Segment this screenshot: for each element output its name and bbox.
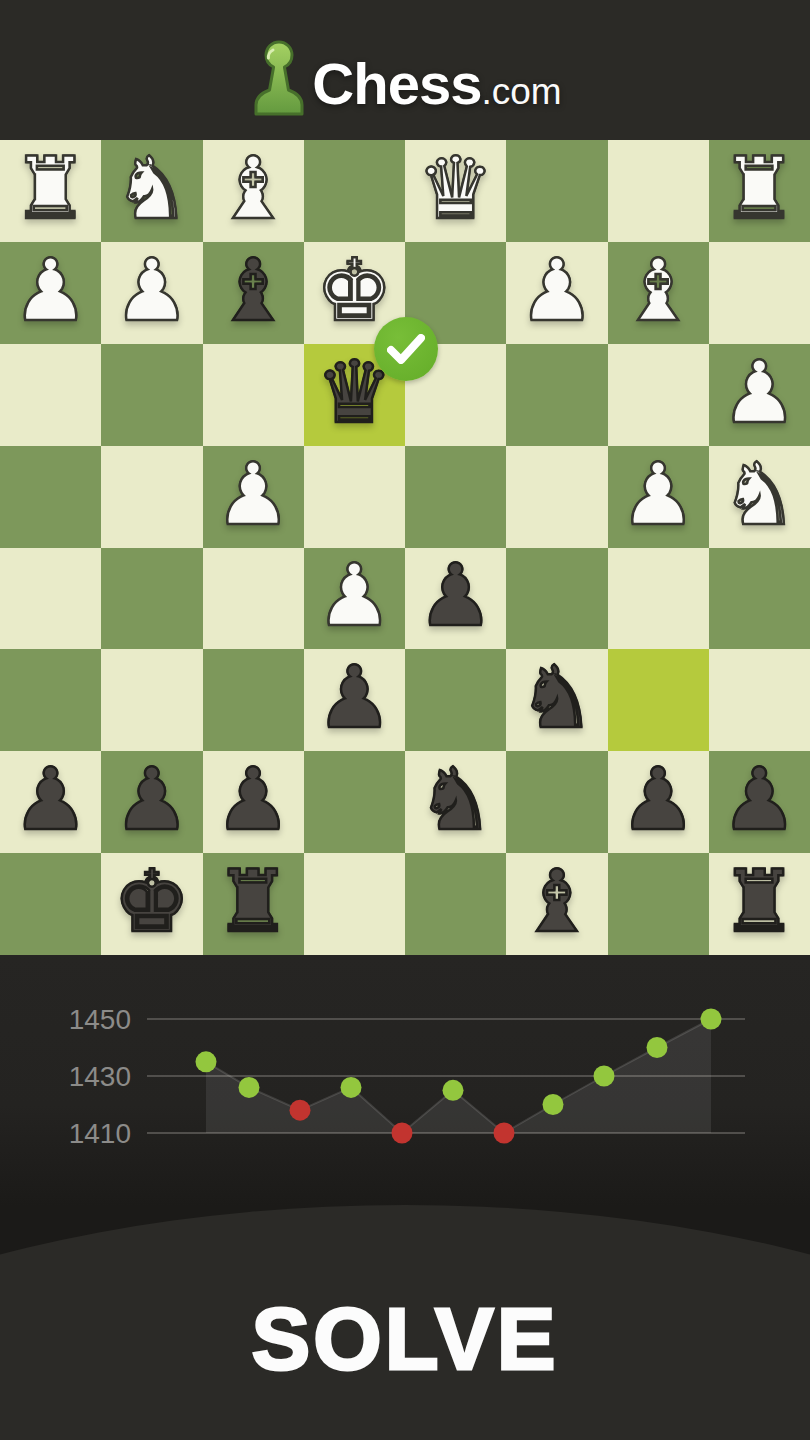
black-rook-f8: ♜ <box>215 858 292 944</box>
rating-point-11-win <box>701 1009 722 1030</box>
chess-board[interactable]: ♜♞♝♛♜♟♟♝♚♟♝♛♟♟♟♞♟♟♟♞♟♟♟♞♟♟♚♜♝♜ <box>0 140 810 955</box>
square-g5[interactable] <box>101 548 202 650</box>
square-h7[interactable]: ♟ <box>0 751 101 853</box>
app-header: Chess.com <box>0 0 810 140</box>
solve-headline: SOLVE <box>0 1288 810 1390</box>
square-d6[interactable] <box>405 649 506 751</box>
black-pawn-g7: ♟ <box>113 756 190 842</box>
rating-point-1-win <box>196 1051 217 1072</box>
square-e6[interactable]: ♟ <box>304 649 405 751</box>
square-f3[interactable] <box>203 344 304 446</box>
white-pawn-h2: ♟ <box>12 247 89 333</box>
black-pawn-f7: ♟ <box>215 756 292 842</box>
logo-text-com: .com <box>481 71 561 113</box>
black-pawn-d5: ♟ <box>417 552 494 638</box>
white-knight-g1: ♞ <box>113 145 190 231</box>
square-e4[interactable] <box>304 446 405 548</box>
square-a7[interactable]: ♟ <box>709 751 810 853</box>
square-c6[interactable]: ♞ <box>506 649 607 751</box>
square-a3[interactable]: ♟ <box>709 344 810 446</box>
white-pawn-b4: ♟ <box>620 451 697 537</box>
square-b1[interactable] <box>608 140 709 242</box>
black-knight-c6: ♞ <box>518 654 595 740</box>
square-a1[interactable]: ♜ <box>709 140 810 242</box>
square-h4[interactable] <box>0 446 101 548</box>
rating-point-3-loss <box>290 1100 311 1121</box>
square-a5[interactable] <box>709 548 810 650</box>
square-g7[interactable]: ♟ <box>101 751 202 853</box>
square-g1[interactable]: ♞ <box>101 140 202 242</box>
square-c1[interactable] <box>506 140 607 242</box>
black-pawn-b7: ♟ <box>620 756 697 842</box>
square-g2[interactable]: ♟ <box>101 242 202 344</box>
square-a6[interactable] <box>709 649 810 751</box>
square-c3[interactable] <box>506 344 607 446</box>
square-a2[interactable] <box>709 242 810 344</box>
black-knight-d7: ♞ <box>417 756 494 842</box>
ytick-1430: 1430 <box>69 1061 131 1092</box>
square-b6[interactable] <box>608 649 709 751</box>
rating-point-9-win <box>594 1066 615 1087</box>
black-rook-a8: ♜ <box>721 858 798 944</box>
pawn-logo-icon <box>248 38 310 118</box>
square-h1[interactable]: ♜ <box>0 140 101 242</box>
square-g4[interactable] <box>101 446 202 548</box>
square-b5[interactable] <box>608 548 709 650</box>
logo-text-chess: Chess <box>312 50 481 117</box>
square-e1[interactable] <box>304 140 405 242</box>
square-g3[interactable] <box>101 344 202 446</box>
square-f6[interactable] <box>203 649 304 751</box>
ytick-1450: 1450 <box>69 1004 131 1035</box>
square-f5[interactable] <box>203 548 304 650</box>
square-d7[interactable]: ♞ <box>405 751 506 853</box>
white-pawn-f4: ♟ <box>215 451 292 537</box>
rating-point-7-loss <box>494 1123 515 1144</box>
square-f7[interactable]: ♟ <box>203 751 304 853</box>
square-b8[interactable] <box>608 853 709 955</box>
square-h8[interactable] <box>0 853 101 955</box>
rating-point-8-win <box>543 1094 564 1115</box>
white-pawn-a3: ♟ <box>721 349 798 435</box>
square-e8[interactable] <box>304 853 405 955</box>
rating-point-6-win <box>443 1080 464 1101</box>
square-c8[interactable]: ♝ <box>506 853 607 955</box>
white-pawn-c2: ♟ <box>518 247 595 333</box>
square-a8[interactable]: ♜ <box>709 853 810 955</box>
square-h3[interactable] <box>0 344 101 446</box>
black-pawn-e6: ♟ <box>316 654 393 740</box>
white-queen-d1: ♛ <box>417 145 494 231</box>
square-b4[interactable]: ♟ <box>608 446 709 548</box>
rating-point-2-win <box>239 1077 260 1098</box>
square-a4[interactable]: ♞ <box>709 446 810 548</box>
square-f8[interactable]: ♜ <box>203 853 304 955</box>
square-d4[interactable] <box>405 446 506 548</box>
square-g6[interactable] <box>101 649 202 751</box>
black-bishop-f2: ♝ <box>215 247 292 333</box>
square-c4[interactable] <box>506 446 607 548</box>
white-pawn-e5: ♟ <box>316 552 393 638</box>
square-d8[interactable] <box>405 853 506 955</box>
ytick-1410: 1410 <box>69 1118 131 1149</box>
black-pawn-h7: ♟ <box>12 756 89 842</box>
square-f1[interactable]: ♝ <box>203 140 304 242</box>
square-g8[interactable]: ♚ <box>101 853 202 955</box>
correct-move-badge <box>374 317 438 381</box>
square-d1[interactable]: ♛ <box>405 140 506 242</box>
rating-point-5-loss <box>392 1123 413 1144</box>
square-c5[interactable] <box>506 548 607 650</box>
rating-point-4-win <box>341 1077 362 1098</box>
square-d5[interactable]: ♟ <box>405 548 506 650</box>
square-e7[interactable] <box>304 751 405 853</box>
black-pawn-a7: ♟ <box>721 756 798 842</box>
square-f2[interactable]: ♝ <box>203 242 304 344</box>
checkmark-icon <box>387 334 425 364</box>
square-b3[interactable] <box>608 344 709 446</box>
square-b2[interactable]: ♝ <box>608 242 709 344</box>
square-e5[interactable]: ♟ <box>304 548 405 650</box>
square-h2[interactable]: ♟ <box>0 242 101 344</box>
white-bishop-f1: ♝ <box>215 145 292 231</box>
rating-chart: 145014301410 <box>0 955 810 1205</box>
white-pawn-g2: ♟ <box>113 247 190 333</box>
square-f4[interactable]: ♟ <box>203 446 304 548</box>
square-h5[interactable] <box>0 548 101 650</box>
white-knight-a4: ♞ <box>721 451 798 537</box>
white-rook-a1: ♜ <box>721 145 798 231</box>
white-bishop-b2: ♝ <box>620 247 697 333</box>
square-b7[interactable]: ♟ <box>608 751 709 853</box>
white-king-e2: ♚ <box>316 247 393 333</box>
rating-point-10-win <box>647 1037 668 1058</box>
square-c2[interactable]: ♟ <box>506 242 607 344</box>
square-h6[interactable] <box>0 649 101 751</box>
square-c7[interactable] <box>506 751 607 853</box>
white-rook-h1: ♜ <box>12 145 89 231</box>
black-bishop-c8: ♝ <box>518 858 595 944</box>
black-king-g8: ♚ <box>113 858 190 944</box>
chesscom-logo: Chess.com <box>248 24 561 117</box>
